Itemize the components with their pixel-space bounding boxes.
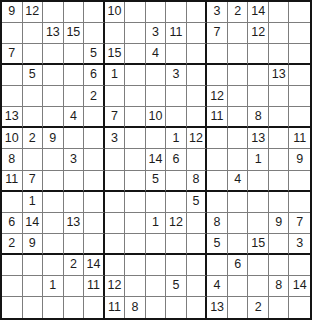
cell-r13c1-empty[interactable]	[2, 255, 23, 276]
cell-r7c12-empty[interactable]	[228, 128, 249, 149]
cell-r11c5-empty[interactable]	[84, 213, 105, 234]
cell-r10c14-empty[interactable]	[269, 192, 290, 213]
cell-r14c2-empty[interactable]	[23, 276, 44, 297]
cell-r9c12-given[interactable]: 4	[228, 171, 249, 192]
cell-r4c6-given[interactable]: 1	[105, 65, 126, 86]
cell-r10c9-empty[interactable]	[166, 192, 187, 213]
cell-r4c4-empty[interactable]	[64, 65, 85, 86]
cell-r4c10-empty[interactable]	[187, 65, 208, 86]
cell-r3c8-given[interactable]: 4	[146, 44, 167, 65]
cell-r14c10-empty[interactable]	[187, 276, 208, 297]
cell-r5c3-empty[interactable]	[43, 86, 64, 107]
cell-r9c11-empty[interactable]	[207, 171, 228, 192]
cell-r7c10-given[interactable]: 12	[187, 128, 208, 149]
cell-r1c8-empty[interactable]	[146, 2, 167, 23]
cell-r12c3-empty[interactable]	[43, 234, 64, 255]
cell-r8c9-given[interactable]: 6	[166, 149, 187, 170]
cell-r14c9-given[interactable]: 5	[166, 276, 187, 297]
cell-r6c8-given[interactable]: 10	[146, 107, 167, 128]
cell-r3c12-empty[interactable]	[228, 44, 249, 65]
cell-r6c15-empty[interactable]	[289, 107, 310, 128]
cell-r4c12-empty[interactable]	[228, 65, 249, 86]
cell-r9c4-empty[interactable]	[64, 171, 85, 192]
cell-r1c10-empty[interactable]	[187, 2, 208, 23]
cell-r4c8-empty[interactable]	[146, 65, 167, 86]
cell-r1c7-empty[interactable]	[125, 2, 146, 23]
cell-r5c8-empty[interactable]	[146, 86, 167, 107]
cell-r1c12-given[interactable]: 2	[228, 2, 249, 23]
cell-r3c13-empty[interactable]	[248, 44, 269, 65]
cell-r15c15-empty[interactable]	[289, 297, 310, 318]
cell-r12c10-empty[interactable]	[187, 234, 208, 255]
cell-r13c9-empty[interactable]	[166, 255, 187, 276]
cell-r10c6-empty[interactable]	[105, 192, 126, 213]
cell-r14c11-given[interactable]: 4	[207, 276, 228, 297]
sudoku-board: 9121032141315311712751545613132121347101…	[0, 0, 312, 320]
cell-r11c8-given[interactable]: 1	[146, 213, 167, 234]
cell-r11c6-empty[interactable]	[105, 213, 126, 234]
cell-r15c8-empty[interactable]	[146, 297, 167, 318]
cell-r9c6-empty[interactable]	[105, 171, 126, 192]
cell-r6c13-given[interactable]: 8	[248, 107, 269, 128]
cell-r9c1-given[interactable]: 11	[2, 171, 23, 192]
cell-r14c14-given[interactable]: 8	[269, 276, 290, 297]
cell-r5c15-empty[interactable]	[289, 86, 310, 107]
cell-r8c3-empty[interactable]	[43, 149, 64, 170]
cell-r15c5-empty[interactable]	[84, 297, 105, 318]
cell-r2c12-empty[interactable]	[228, 23, 249, 44]
cell-r3c5-given[interactable]: 5	[84, 44, 105, 65]
cell-r2c15-empty[interactable]	[289, 23, 310, 44]
cell-r9c13-empty[interactable]	[248, 171, 269, 192]
cell-r14c1-empty[interactable]	[2, 276, 23, 297]
cell-r12c1-given[interactable]: 2	[2, 234, 23, 255]
cell-r13c11-empty[interactable]	[207, 255, 228, 276]
cell-r15c13-given[interactable]: 2	[248, 297, 269, 318]
cell-r13c13-empty[interactable]	[248, 255, 269, 276]
cell-r1c2-given[interactable]: 12	[23, 2, 44, 23]
cell-r10c4-empty[interactable]	[64, 192, 85, 213]
cell-r3c14-empty[interactable]	[269, 44, 290, 65]
cell-r10c15-empty[interactable]	[289, 192, 310, 213]
cell-r13c5-given[interactable]: 14	[84, 255, 105, 276]
cell-r6c11-given[interactable]: 11	[207, 107, 228, 128]
cell-r6c10-empty[interactable]	[187, 107, 208, 128]
cell-r13c14-empty[interactable]	[269, 255, 290, 276]
cell-r8c10-empty[interactable]	[187, 149, 208, 170]
cell-r15c7-given[interactable]: 8	[125, 297, 146, 318]
cell-r11c2-given[interactable]: 14	[23, 213, 44, 234]
cell-r13c4-given[interactable]: 2	[64, 255, 85, 276]
cell-r13c2-empty[interactable]	[23, 255, 44, 276]
cell-r11c15-given[interactable]: 7	[289, 213, 310, 234]
cell-r14c5-given[interactable]: 11	[84, 276, 105, 297]
cell-r3c1-given[interactable]: 7	[2, 44, 23, 65]
cell-r5c11-given[interactable]: 12	[207, 86, 228, 107]
cell-r2c14-empty[interactable]	[269, 23, 290, 44]
cell-r6c9-empty[interactable]	[166, 107, 187, 128]
cell-r7c11-empty[interactable]	[207, 128, 228, 149]
cell-r14c4-empty[interactable]	[64, 276, 85, 297]
cell-r15c6-given[interactable]: 11	[105, 297, 126, 318]
cell-r1c3-empty[interactable]	[43, 2, 64, 23]
cell-r3c4-empty[interactable]	[64, 44, 85, 65]
cell-r5c7-empty[interactable]	[125, 86, 146, 107]
cell-r7c5-empty[interactable]	[84, 128, 105, 149]
cell-r4c9-given[interactable]: 3	[166, 65, 187, 86]
cell-r15c3-empty[interactable]	[43, 297, 64, 318]
cell-r12c9-empty[interactable]	[166, 234, 187, 255]
cell-r6c2-empty[interactable]	[23, 107, 44, 128]
cell-r8c8-given[interactable]: 14	[146, 149, 167, 170]
cell-r5c6-empty[interactable]	[105, 86, 126, 107]
cell-r1c1-given[interactable]: 9	[2, 2, 23, 23]
cell-r9c5-empty[interactable]	[84, 171, 105, 192]
cell-r15c10-empty[interactable]	[187, 297, 208, 318]
cell-r12c2-given[interactable]: 9	[23, 234, 44, 255]
cell-r2c4-given[interactable]: 15	[64, 23, 85, 44]
cell-r10c1-empty[interactable]	[2, 192, 23, 213]
cell-r11c1-given[interactable]: 6	[2, 213, 23, 234]
cell-r10c2-given[interactable]: 1	[23, 192, 44, 213]
cell-r10c7-empty[interactable]	[125, 192, 146, 213]
cell-r13c10-empty[interactable]	[187, 255, 208, 276]
cell-r13c7-empty[interactable]	[125, 255, 146, 276]
cell-r4c5-given[interactable]: 6	[84, 65, 105, 86]
cell-r10c8-empty[interactable]	[146, 192, 167, 213]
cell-r3c6-given[interactable]: 15	[105, 44, 126, 65]
cell-r6c4-given[interactable]: 4	[64, 107, 85, 128]
cell-r13c8-empty[interactable]	[146, 255, 167, 276]
cell-r7c8-empty[interactable]	[146, 128, 167, 149]
cell-r2c8-given[interactable]: 3	[146, 23, 167, 44]
cell-r12c11-given[interactable]: 5	[207, 234, 228, 255]
cell-r2c13-given[interactable]: 12	[248, 23, 269, 44]
cell-r15c1-empty[interactable]	[2, 297, 23, 318]
cell-r1c11-given[interactable]: 3	[207, 2, 228, 23]
cell-r8c13-given[interactable]: 1	[248, 149, 269, 170]
cell-r8c2-empty[interactable]	[23, 149, 44, 170]
cell-r12c14-empty[interactable]	[269, 234, 290, 255]
cell-r7c4-empty[interactable]	[64, 128, 85, 149]
cell-r3c15-empty[interactable]	[289, 44, 310, 65]
cell-r10c3-empty[interactable]	[43, 192, 64, 213]
cell-r9c8-given[interactable]: 5	[146, 171, 167, 192]
cell-r7c15-given[interactable]: 11	[289, 128, 310, 149]
cell-r8c15-given[interactable]: 9	[289, 149, 310, 170]
cell-r1c15-empty[interactable]	[289, 2, 310, 23]
cell-r12c13-given[interactable]: 15	[248, 234, 269, 255]
cell-r14c15-given[interactable]: 14	[289, 276, 310, 297]
cell-r5c9-empty[interactable]	[166, 86, 187, 107]
cell-r13c15-empty[interactable]	[289, 255, 310, 276]
cell-r3c10-empty[interactable]	[187, 44, 208, 65]
cell-r2c2-empty[interactable]	[23, 23, 44, 44]
cell-r8c7-empty[interactable]	[125, 149, 146, 170]
cell-r8c5-empty[interactable]	[84, 149, 105, 170]
cell-r2c9-given[interactable]: 11	[166, 23, 187, 44]
cell-r15c12-empty[interactable]	[228, 297, 249, 318]
cell-r12c8-empty[interactable]	[146, 234, 167, 255]
cell-r14c13-empty[interactable]	[248, 276, 269, 297]
cell-r2c10-empty[interactable]	[187, 23, 208, 44]
cell-r4c15-empty[interactable]	[289, 65, 310, 86]
cell-r7c3-given[interactable]: 9	[43, 128, 64, 149]
cell-r11c12-empty[interactable]	[228, 213, 249, 234]
cell-r11c9-given[interactable]: 12	[166, 213, 187, 234]
cell-r14c3-given[interactable]: 1	[43, 276, 64, 297]
cell-r9c15-empty[interactable]	[289, 171, 310, 192]
cell-r12c12-empty[interactable]	[228, 234, 249, 255]
cell-r11c13-empty[interactable]	[248, 213, 269, 234]
cell-r7c2-given[interactable]: 2	[23, 128, 44, 149]
cell-r7c6-given[interactable]: 3	[105, 128, 126, 149]
cell-r13c6-empty[interactable]	[105, 255, 126, 276]
cell-r6c14-empty[interactable]	[269, 107, 290, 128]
cell-r3c3-empty[interactable]	[43, 44, 64, 65]
cell-r11c11-given[interactable]: 8	[207, 213, 228, 234]
cell-r1c9-empty[interactable]	[166, 2, 187, 23]
cell-r6c7-empty[interactable]	[125, 107, 146, 128]
cell-r4c7-empty[interactable]	[125, 65, 146, 86]
cell-r11c4-given[interactable]: 13	[64, 213, 85, 234]
cell-r15c11-given[interactable]: 13	[207, 297, 228, 318]
cell-r6c1-given[interactable]: 13	[2, 107, 23, 128]
cell-r12c5-empty[interactable]	[84, 234, 105, 255]
cell-r5c14-empty[interactable]	[269, 86, 290, 107]
cell-r8c6-empty[interactable]	[105, 149, 126, 170]
cell-r8c11-empty[interactable]	[207, 149, 228, 170]
cell-r3c2-empty[interactable]	[23, 44, 44, 65]
cell-r4c14-given[interactable]: 13	[269, 65, 290, 86]
cell-r11c14-given[interactable]: 9	[269, 213, 290, 234]
cell-r4c13-empty[interactable]	[248, 65, 269, 86]
cell-r1c5-empty[interactable]	[84, 2, 105, 23]
cell-r7c7-empty[interactable]	[125, 128, 146, 149]
cell-r14c6-given[interactable]: 12	[105, 276, 126, 297]
cell-r2c5-empty[interactable]	[84, 23, 105, 44]
cell-r9c3-empty[interactable]	[43, 171, 64, 192]
cell-r12c15-given[interactable]: 3	[289, 234, 310, 255]
cell-r9c9-empty[interactable]	[166, 171, 187, 192]
cell-r2c7-empty[interactable]	[125, 23, 146, 44]
cell-r6c6-given[interactable]: 7	[105, 107, 126, 128]
cell-r9c14-empty[interactable]	[269, 171, 290, 192]
cell-r9c10-given[interactable]: 8	[187, 171, 208, 192]
cell-r10c5-empty[interactable]	[84, 192, 105, 213]
cell-r14c7-empty[interactable]	[125, 276, 146, 297]
cell-r2c1-empty[interactable]	[2, 23, 23, 44]
cell-r4c11-empty[interactable]	[207, 65, 228, 86]
cell-r7c9-given[interactable]: 1	[166, 128, 187, 149]
cell-r5c5-given[interactable]: 2	[84, 86, 105, 107]
cell-r7c1-given[interactable]: 10	[2, 128, 23, 149]
cell-r4c2-given[interactable]: 5	[23, 65, 44, 86]
cell-r10c11-empty[interactable]	[207, 192, 228, 213]
cell-r2c11-given[interactable]: 7	[207, 23, 228, 44]
cell-r7c13-given[interactable]: 13	[248, 128, 269, 149]
cell-r13c3-empty[interactable]	[43, 255, 64, 276]
cell-r12c7-empty[interactable]	[125, 234, 146, 255]
cell-r13c12-given[interactable]: 6	[228, 255, 249, 276]
cell-r15c4-empty[interactable]	[64, 297, 85, 318]
cell-r10c13-empty[interactable]	[248, 192, 269, 213]
cell-r10c10-given[interactable]: 5	[187, 192, 208, 213]
cell-r5c10-empty[interactable]	[187, 86, 208, 107]
cell-r5c4-empty[interactable]	[64, 86, 85, 107]
cell-r3c11-empty[interactable]	[207, 44, 228, 65]
cell-r6c12-empty[interactable]	[228, 107, 249, 128]
cell-r11c3-empty[interactable]	[43, 213, 64, 234]
cell-r6c5-empty[interactable]	[84, 107, 105, 128]
cell-r8c4-given[interactable]: 3	[64, 149, 85, 170]
cell-r1c14-empty[interactable]	[269, 2, 290, 23]
cell-r9c7-empty[interactable]	[125, 171, 146, 192]
cell-r3c7-empty[interactable]	[125, 44, 146, 65]
cell-r2c6-empty[interactable]	[105, 23, 126, 44]
cell-r8c12-empty[interactable]	[228, 149, 249, 170]
cell-r5c12-empty[interactable]	[228, 86, 249, 107]
cell-r14c8-empty[interactable]	[146, 276, 167, 297]
cell-r6c3-empty[interactable]	[43, 107, 64, 128]
cell-r4c1-empty[interactable]	[2, 65, 23, 86]
cell-r15c2-empty[interactable]	[23, 297, 44, 318]
cell-r9c2-given[interactable]: 7	[23, 171, 44, 192]
cell-r12c4-empty[interactable]	[64, 234, 85, 255]
cell-r10c12-empty[interactable]	[228, 192, 249, 213]
cell-r15c9-empty[interactable]	[166, 297, 187, 318]
cell-r11c10-empty[interactable]	[187, 213, 208, 234]
cell-r3c9-empty[interactable]	[166, 44, 187, 65]
cell-r5c2-empty[interactable]	[23, 86, 44, 107]
cell-r2c3-given[interactable]: 13	[43, 23, 64, 44]
cell-r8c1-given[interactable]: 8	[2, 149, 23, 170]
cell-r14c12-empty[interactable]	[228, 276, 249, 297]
cell-r1c6-given[interactable]: 10	[105, 2, 126, 23]
cell-r12c6-empty[interactable]	[105, 234, 126, 255]
cell-r11c7-empty[interactable]	[125, 213, 146, 234]
cell-r8c14-empty[interactable]	[269, 149, 290, 170]
cell-r5c13-empty[interactable]	[248, 86, 269, 107]
cell-r7c14-empty[interactable]	[269, 128, 290, 149]
cell-r4c3-empty[interactable]	[43, 65, 64, 86]
cell-r5c1-empty[interactable]	[2, 86, 23, 107]
cell-r1c4-empty[interactable]	[64, 2, 85, 23]
cell-r15c14-empty[interactable]	[269, 297, 290, 318]
cell-r1c13-given[interactable]: 14	[248, 2, 269, 23]
